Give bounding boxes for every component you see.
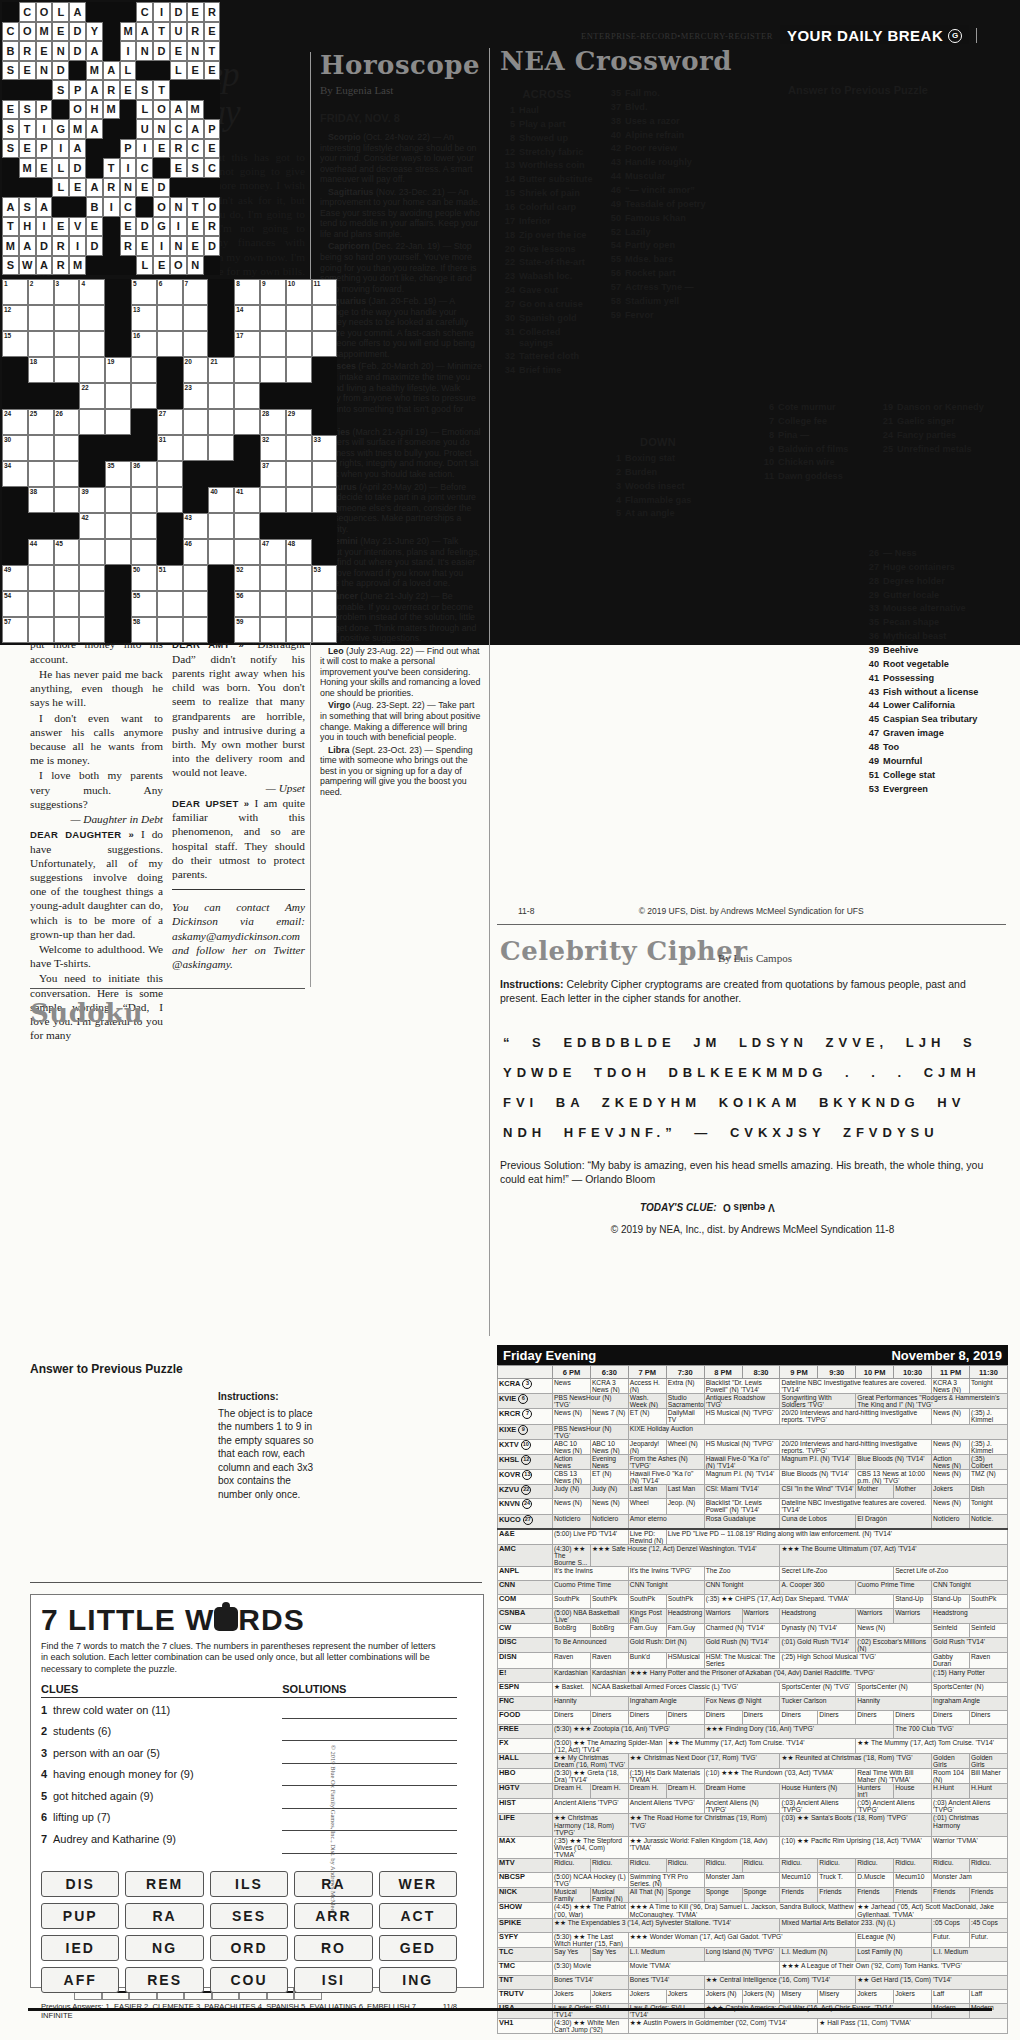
crossword-cell bbox=[54, 357, 80, 383]
answer-letter: U bbox=[141, 123, 149, 135]
tv-channel-call: KVIE bbox=[499, 1394, 516, 1403]
tv-program-cell: Amor eterno bbox=[628, 1514, 704, 1529]
horoscope-byline: By Eugenia Last bbox=[320, 84, 393, 96]
tv-channel-cell: FNC bbox=[498, 1696, 553, 1710]
crossword-cell: 8 bbox=[234, 279, 260, 305]
tv-program-cell: News (N) bbox=[932, 1439, 970, 1454]
crossword-cell bbox=[208, 279, 234, 305]
clue-text: Caspian Sea tributary bbox=[883, 714, 1004, 725]
tv-program-cell: Ridicu. bbox=[856, 1859, 894, 1873]
crossword-answer-cell: O bbox=[204, 197, 221, 217]
clue-number: 23 bbox=[498, 271, 515, 282]
tv-channel-cell: HGTV bbox=[498, 1784, 553, 1799]
crossword-answer-cell: E bbox=[36, 158, 53, 178]
crossword-answer-cell bbox=[36, 80, 53, 100]
crossword-cell bbox=[312, 305, 338, 331]
tv-program-cell: Friends bbox=[856, 1888, 894, 1903]
answer-letter: C bbox=[23, 6, 31, 18]
crossword-cell bbox=[312, 539, 338, 565]
crossword-answer-cell: A bbox=[86, 80, 103, 100]
clue-text: Unrefined metals bbox=[897, 444, 1004, 455]
crossword-answer-cell bbox=[120, 119, 137, 139]
crossword-clue: 55Mdse. bars bbox=[604, 254, 712, 265]
crossword-cell: 36 bbox=[131, 461, 157, 487]
crossword-cell bbox=[28, 435, 54, 461]
tv-program-cell: ★★ Christmas Harmony ('18, Rom) 'TVPG' bbox=[553, 1814, 629, 1836]
clue-text: Poor review bbox=[625, 143, 712, 154]
cell-number: 58 bbox=[133, 618, 140, 625]
answer-letter: O bbox=[208, 201, 217, 213]
clue-number: 28 bbox=[862, 576, 879, 587]
answer-letter: A bbox=[174, 103, 182, 115]
answer-letter: M bbox=[191, 103, 200, 115]
slw-copyright-vertical: © 2019 Blue Ox Family Games, Inc., Dist.… bbox=[330, 1745, 337, 1913]
crossword-answer-cell: O bbox=[170, 256, 187, 276]
tv-channel-row: SHOW(4:45) ★★★ The Patriot ('00, War)★★★… bbox=[498, 1903, 1008, 1918]
crossword-cell bbox=[131, 409, 157, 435]
tv-channel-call: TLC bbox=[499, 1947, 513, 1956]
crossword-answer-cell bbox=[2, 158, 19, 178]
tv-program-cell: Evening News bbox=[590, 1454, 628, 1469]
clue-number: 8 bbox=[757, 430, 774, 441]
clue-number: 19 bbox=[876, 402, 893, 413]
slw-letter-tile: RO bbox=[294, 1935, 372, 1961]
tv-program-cell: ★★ The Mummy ('17, Act) Tom Cruise. 'TV1… bbox=[666, 1738, 856, 1753]
tv-program-cell: Cuomo Prime Time bbox=[553, 1580, 629, 1594]
slw-letter-tile: ILS bbox=[210, 1871, 288, 1897]
cell-number: 30 bbox=[4, 436, 11, 443]
tv-channel-number: 12 bbox=[521, 1455, 531, 1465]
answer-letter: C bbox=[208, 162, 216, 174]
crossword-answer-cell bbox=[86, 256, 103, 276]
crossword-answer-cell: C bbox=[170, 119, 187, 139]
cell-number: 56 bbox=[236, 592, 243, 599]
tv-channel-call: E! bbox=[499, 1668, 506, 1677]
answer-letter: N bbox=[191, 45, 199, 57]
slw-solution-blank bbox=[282, 1794, 457, 1809]
crossword-answer-cell: M bbox=[19, 158, 36, 178]
clue-number: 52 bbox=[604, 227, 621, 238]
crossword-cell: 22 bbox=[79, 383, 105, 409]
tv-program-cell: SportsCenter (N) 'TVG' bbox=[780, 1682, 856, 1696]
tv-channel-number: 7 bbox=[522, 1409, 532, 1419]
clue-text: Degree holder bbox=[883, 576, 1004, 587]
cell-number: 48 bbox=[288, 540, 295, 547]
tv-program-cell: Hawaii Five-0 "Ka i'o" (N) 'TV14' bbox=[704, 1454, 780, 1469]
crossword-clue: 28Degree holder bbox=[862, 576, 1004, 587]
sudoku-instructions-text: The object is to place the numbers 1 to … bbox=[218, 1408, 314, 1500]
crossword-clue: 8Showed up bbox=[498, 133, 596, 144]
crossword-answer-cell: O bbox=[153, 197, 170, 217]
clue-text: Beehive bbox=[883, 645, 1004, 656]
crossword-cell: 32 bbox=[260, 435, 286, 461]
tv-program-cell: Jokers bbox=[894, 1989, 932, 2003]
crossword-answer-cell: N bbox=[187, 256, 204, 276]
crossword-copyright: © 2019 UFS, Dist. by Andrews McMeel Synd… bbox=[534, 906, 968, 916]
tv-channel-row: MTVRidicu.Ridicu.Ridicu.Ridicu.Ridicu.Ri… bbox=[498, 1859, 1008, 1873]
crossword-clue: 11Dawn goddess bbox=[757, 471, 863, 482]
crossword-clue: 56Rocket part bbox=[604, 268, 712, 279]
tv-program-cell: Action News bbox=[553, 1454, 591, 1469]
slw-clue: 4having enough money for (9) bbox=[41, 1768, 282, 1780]
tv-program-cell: Diners bbox=[590, 1710, 628, 1724]
slw-clue-number: 4 bbox=[41, 1768, 53, 1780]
crossword-cell: 27 bbox=[157, 409, 183, 435]
crossword-answer-cell: O bbox=[153, 100, 170, 120]
tv-program-cell: CSI: Miami 'TV14' bbox=[704, 1485, 780, 1499]
cell-number: 11 bbox=[314, 280, 321, 287]
crossword-answer-cell bbox=[204, 100, 221, 120]
tv-channel-cell: KUCO 27 bbox=[498, 1514, 553, 1529]
crossword-answer-cell: R bbox=[19, 41, 36, 61]
crossword-answer-cell: A bbox=[170, 100, 187, 120]
answer-letter: E bbox=[57, 220, 64, 232]
slw-clue-number: 5 bbox=[41, 1790, 53, 1802]
crossword-answer-cell: E bbox=[153, 139, 170, 159]
horoscope-entry: Pisces (Feb. 20-March 20) — Minimize you… bbox=[320, 361, 482, 424]
tv-channel-row: CSNBA(5:00) NBA Basketball 'Live'Kings P… bbox=[498, 1608, 1008, 1623]
crossword-clue: 36Mythical beast bbox=[862, 631, 1004, 642]
tv-program-cell: ★ Hall Pass ('11, Com) 'TVMA' bbox=[818, 2018, 1008, 2033]
crossword-cell bbox=[208, 331, 234, 357]
clue-number: 5 bbox=[498, 119, 515, 130]
slw-solution-blank bbox=[282, 1839, 457, 1854]
tv-time-header: 9 PM bbox=[780, 1366, 818, 1379]
answer-letter: T bbox=[24, 123, 31, 135]
crossword-cell: 5 bbox=[131, 279, 157, 305]
tv-program-cell: (:35) ★★ CHiPS ('17, Act) Dax Shepard. '… bbox=[704, 1594, 894, 1608]
crossword-cell bbox=[79, 305, 105, 331]
crossword-answer-cell bbox=[52, 100, 69, 120]
clue-number: 12 bbox=[498, 147, 515, 158]
clue-number: 43 bbox=[604, 157, 621, 168]
answer-letter: T bbox=[7, 220, 14, 232]
crossword-answer-cell: E bbox=[136, 178, 153, 198]
crossword-down-clues-1: DOWN1Boxing stat2Burden3Woods insect4Fla… bbox=[604, 436, 712, 522]
crossword-cell: 17 bbox=[234, 331, 260, 357]
cell-number: 16 bbox=[133, 332, 140, 339]
answer-letter: S bbox=[24, 103, 31, 115]
tv-program-cell: (4:45) ★★★ The Patriot ('00, War) bbox=[553, 1903, 629, 1918]
crossword-answer-cell bbox=[19, 178, 36, 198]
crossword-cell bbox=[260, 357, 286, 383]
crossword-cell bbox=[260, 331, 286, 357]
crossword-cell bbox=[131, 513, 157, 539]
brand-text: YOUR DAILY BREAK bbox=[787, 27, 943, 44]
slw-solution-blank bbox=[282, 1816, 457, 1831]
clue-text: Blvd. bbox=[625, 102, 712, 113]
tv-program-cell: Jokers (N) bbox=[742, 1989, 780, 2003]
crossword-cell bbox=[208, 591, 234, 617]
crossword-cell bbox=[105, 409, 131, 435]
clue-number: 5 bbox=[604, 508, 621, 519]
clue-text: Fall mo. bbox=[625, 88, 712, 99]
tv-channel-cell: FOOD bbox=[498, 1710, 553, 1724]
answer-letter: P bbox=[74, 84, 81, 96]
tv-program-cell: House bbox=[894, 1784, 932, 1799]
crossword-cell bbox=[28, 461, 54, 487]
crossword-answer-cell: L bbox=[136, 256, 153, 276]
crossword-answer-cell bbox=[2, 178, 19, 198]
tv-program-cell: KCRA 3 News (N) bbox=[590, 1379, 628, 1394]
tv-channel-call: KNVN bbox=[499, 1499, 520, 1508]
clue-number: 25 bbox=[876, 444, 893, 455]
clue-number: 27 bbox=[498, 299, 515, 310]
crossword-cell: 29 bbox=[286, 409, 312, 435]
cell-number: 24 bbox=[4, 410, 11, 417]
crossword-answer-cell bbox=[170, 80, 187, 100]
crossword-clue: 4Flammable gas bbox=[604, 495, 712, 506]
crossword-cell: 2 bbox=[28, 279, 54, 305]
tv-program-cell: (5:30) Movie bbox=[553, 1961, 629, 1975]
tv-channel-call: KHSL bbox=[499, 1455, 519, 1464]
crossword-cell bbox=[208, 617, 234, 643]
cell-number: 59 bbox=[236, 618, 243, 625]
slw-previous-answers: Previous Answers: 1. EASIER 2. CLEMENTE … bbox=[41, 2002, 457, 2020]
tv-program-cell: Ridicu. bbox=[818, 1859, 856, 1873]
tv-program-cell: It's the Irwins bbox=[553, 1566, 629, 1580]
tv-channel-call: SHOW bbox=[499, 1903, 522, 1912]
cipher-instructions-text: Celebrity Cipher cryptograms are created… bbox=[500, 978, 966, 1004]
crossword-cell bbox=[312, 513, 338, 539]
answer-letter: T bbox=[158, 25, 165, 37]
section-rule bbox=[30, 1582, 482, 1583]
tv-time-header: 8:30 bbox=[742, 1366, 780, 1379]
slw-letter-tiles: DISREMILSRAWERPUPRASESARRACTIEDNGORDROGE… bbox=[41, 1871, 457, 1993]
slw-solution-blank bbox=[282, 1704, 457, 1719]
tv-date: November 8, 2019 bbox=[891, 1348, 1002, 1363]
crossword-cell bbox=[54, 513, 80, 539]
answer-letter: A bbox=[74, 142, 82, 154]
clue-text: Baldwin of films bbox=[778, 444, 863, 455]
tv-channel-call: DISC bbox=[499, 1638, 517, 1647]
clue-number: 2 bbox=[604, 467, 621, 478]
crossword-answer-cell: E bbox=[120, 80, 137, 100]
tv-program-cell: ELeague (N) bbox=[856, 1932, 932, 1947]
tv-channel-cell: COM bbox=[498, 1594, 553, 1608]
crossword-answer-cell: S bbox=[2, 119, 19, 139]
tv-program-cell: Hannity bbox=[856, 1696, 932, 1710]
answer-letter: E bbox=[175, 45, 182, 57]
tv-program-cell: Mecum10 bbox=[894, 1873, 932, 1888]
tv-program-cell: Bones 'TV14' bbox=[553, 1975, 629, 1989]
cell-number: 41 bbox=[236, 488, 243, 495]
clue-text: Partly open bbox=[625, 240, 712, 251]
cell-number: 14 bbox=[236, 306, 243, 313]
clue-text: Actress Tyne — bbox=[625, 282, 712, 293]
answer-letter: N bbox=[57, 45, 65, 57]
slw-clue-number: 6 bbox=[41, 1811, 53, 1823]
answer-letter: S bbox=[191, 162, 198, 174]
tv-program-cell: Blacklist "Dr. Lewis Powell" (N) 'TV14' bbox=[704, 1499, 780, 1514]
cell-number: 53 bbox=[314, 566, 321, 573]
cell-number: 49 bbox=[4, 566, 11, 573]
tv-program-cell: SouthPk bbox=[666, 1594, 704, 1608]
tv-program-cell: (4:30) ★★ The Bourne S... bbox=[553, 1544, 591, 1566]
crossword-answer-cell bbox=[69, 197, 86, 217]
tv-channel-cell: FX bbox=[498, 1738, 553, 1753]
tv-channel-cell: HIST bbox=[498, 1799, 553, 1814]
crossword-answer-cell: I bbox=[170, 217, 187, 237]
tv-program-cell: ★★ The Road Home for Christmas ('19, Rom… bbox=[628, 1814, 780, 1836]
crossword-answer-cell: B bbox=[86, 197, 103, 217]
answer-letter: E bbox=[158, 259, 165, 271]
newspaper-page: FRIDAY, NOVEMBER 8, 2019 ENTERPRISE-RECO… bbox=[0, 0, 1020, 2040]
crossword-clue: 26— Ness bbox=[862, 548, 1004, 559]
crossword-cell bbox=[79, 617, 105, 643]
tv-program-cell: Raven bbox=[590, 1653, 628, 1668]
crossword-cell bbox=[234, 435, 260, 461]
answer-letter: B bbox=[6, 45, 14, 57]
clue-number: 24 bbox=[876, 430, 893, 441]
answer-letter: A bbox=[90, 84, 98, 96]
crossword-answer-cell: M bbox=[120, 22, 137, 42]
crossword-cell bbox=[105, 435, 131, 461]
clue-text: Teasdale of poetry bbox=[625, 199, 712, 210]
tv-program-cell: Warriors bbox=[856, 1608, 894, 1623]
tv-channel-row: KZVU 22Judy (N)Judy (N)Last ManLast ManC… bbox=[498, 1485, 1008, 1499]
seven-little-words-title: 7 LITTLE WRDS bbox=[41, 1603, 457, 1637]
crossword-answer-cell: R bbox=[103, 178, 120, 198]
tv-program-cell: CSI "In the Wind" 'TV14' bbox=[780, 1485, 856, 1499]
crossword-cell: 39 bbox=[79, 487, 105, 513]
crossword-cell bbox=[208, 565, 234, 591]
tv-program-cell: CBS 13 News at 10:00 p.m. (N) 'TVG' bbox=[856, 1470, 932, 1485]
crossword-answer-cell bbox=[136, 197, 153, 217]
tv-program-cell: Laff bbox=[932, 1989, 970, 2003]
crossword-answer-cell: I bbox=[120, 41, 137, 61]
tv-program-cell: KIXE Holiday Auction bbox=[628, 1424, 1007, 1439]
crossword-cell bbox=[28, 591, 54, 617]
crossword-answer-cell: A bbox=[136, 22, 153, 42]
crossword-answer-cell: A bbox=[86, 41, 103, 61]
answer-letter: D bbox=[40, 240, 48, 252]
crossword-answer-cell: I bbox=[52, 139, 69, 159]
answer-letter: C bbox=[174, 123, 182, 135]
tv-program-cell: SouthPk bbox=[969, 1594, 1007, 1608]
tv-program-cell: Wheel bbox=[628, 1499, 666, 1514]
tv-program-cell: Access H. (N) bbox=[628, 1379, 666, 1394]
clue-number: 36 bbox=[862, 631, 879, 642]
answer-letter: O bbox=[157, 103, 166, 115]
tv-program-cell: Last Man bbox=[666, 1485, 704, 1499]
crossword-clue: 29Gutter locale bbox=[862, 590, 1004, 601]
clue-number: 40 bbox=[604, 130, 621, 141]
crossword-answer-cell: E bbox=[2, 100, 19, 120]
tv-program-cell: All That (N) bbox=[628, 1888, 666, 1903]
tv-program-cell: ★★★ Harry Potter and the Prisoner of Azk… bbox=[628, 1668, 931, 1682]
crossword-answer-cell: C bbox=[136, 158, 153, 178]
cipher-todays-clue: TODAY'S CLUE: V equals O bbox=[640, 1202, 775, 1213]
tv-channel-row: FOODDinersDinersDinersDinersDinersDiners… bbox=[498, 1710, 1008, 1724]
horoscope-body: Scorpio (Oct. 24-Nov. 22) — An interesti… bbox=[320, 132, 482, 799]
crossword-cell bbox=[260, 383, 286, 409]
crossword-cell: 20 bbox=[183, 357, 209, 383]
tv-program-cell: Musical Family (N) bbox=[590, 1888, 628, 1903]
crossword-answer-cell bbox=[103, 236, 120, 256]
cell-number: 19 bbox=[107, 358, 114, 365]
tv-program-cell: (:03) Ancient Aliens 'TVPG' bbox=[932, 1799, 1008, 1814]
answer-letter: M bbox=[6, 240, 15, 252]
crossword-cell bbox=[105, 513, 131, 539]
tv-program-cell: Last Man bbox=[628, 1485, 666, 1499]
tv-channel-call: COM bbox=[499, 1594, 516, 1603]
clue-number: 58 bbox=[604, 296, 621, 307]
crossword-answer-cell bbox=[2, 80, 19, 100]
crossword-clue: 6Cote murmur bbox=[757, 402, 863, 413]
tv-channel-call: MTV bbox=[499, 1859, 515, 1868]
clue-text: “— vincit amor” bbox=[625, 185, 712, 196]
tv-program-cell: It's the Irwins 'TVPG' bbox=[628, 1566, 704, 1580]
answer-letter: M bbox=[73, 259, 82, 271]
clue-number: 48 bbox=[862, 742, 879, 753]
crossword-answer-cell: O bbox=[69, 100, 86, 120]
clue-text: Mdse. bars bbox=[625, 254, 712, 265]
crossword-answer-cell: C bbox=[204, 158, 221, 178]
crossword-cell bbox=[54, 591, 80, 617]
crossword-clue: 3Woods insect bbox=[604, 481, 712, 492]
crossword-cell bbox=[2, 383, 28, 409]
clue-number: 1 bbox=[498, 105, 515, 116]
tv-program-cell: Noticie. bbox=[969, 1514, 1007, 1529]
crossword-answer-cell bbox=[103, 139, 120, 159]
crossword-clue: 14Butter substitute bbox=[498, 174, 596, 185]
answer-letter: L bbox=[125, 64, 132, 76]
tv-program-cell: Tonight bbox=[969, 1499, 1007, 1514]
crossword-answer-cell bbox=[204, 178, 221, 198]
crossword-cell bbox=[131, 383, 157, 409]
crossword-cell: 34 bbox=[2, 461, 28, 487]
crossword-cell bbox=[131, 357, 157, 383]
horoscope-sign: Libra bbox=[328, 745, 350, 755]
tv-time-header: 8 PM bbox=[704, 1366, 742, 1379]
clue-text: Haul bbox=[519, 105, 596, 116]
crossword-clue: 43Handle roughly bbox=[604, 157, 712, 168]
tv-channel-cell: CW bbox=[498, 1624, 553, 1638]
tv-program-cell: HSM: The Musical: The Series bbox=[704, 1653, 780, 1668]
clue-number: 40 bbox=[862, 659, 879, 670]
slw-clue-text: having enough money for (9) bbox=[53, 1768, 194, 1780]
clue-number: 44 bbox=[862, 700, 879, 711]
clue-list-header: DOWN bbox=[604, 436, 712, 449]
answer-letter: V bbox=[74, 220, 81, 232]
tv-program-cell: Kardashian bbox=[590, 1668, 628, 1682]
clue-text: Pecan shape bbox=[883, 617, 1004, 628]
answer-letter: E bbox=[208, 142, 215, 154]
tv-channel-row: AMC(4:30) ★★ The Bourne S...★★★ Safe Hou… bbox=[498, 1544, 1008, 1566]
crossword-cell bbox=[286, 513, 312, 539]
tv-program-cell: Diners bbox=[742, 1710, 780, 1724]
clue-text: Colorful carp bbox=[519, 202, 596, 213]
tv-channel-call: AMC bbox=[499, 1544, 516, 1553]
tv-program-cell: CBS 13 News (N) bbox=[553, 1470, 591, 1485]
tv-program-cell: Ingraham Angle bbox=[932, 1696, 1008, 1710]
horoscope-sign: Sagittarius bbox=[328, 187, 373, 197]
crossword-cell: 7 bbox=[183, 279, 209, 305]
tv-program-cell: Ridicu. bbox=[628, 1859, 666, 1873]
tv-program-cell: (:25) High School Musical 'TVG' bbox=[780, 1653, 932, 1668]
tv-channel-row: FNCHannityIngraham AngleFox News @ Night… bbox=[498, 1696, 1008, 1710]
tv-program-cell: Tucker Carlson bbox=[780, 1696, 856, 1710]
tv-program-cell: Noticiero bbox=[590, 1514, 628, 1529]
tv-program-cell: (:01) Christmas Harmony bbox=[932, 1814, 1008, 1836]
tv-program-cell: ★★ The Mummy ('17, Act) Tom Cruise. 'TV1… bbox=[856, 1738, 1008, 1753]
tv-channel-call: KXTV bbox=[499, 1440, 519, 1449]
tv-channel-cell: NBCSP bbox=[498, 1873, 553, 1888]
tv-program-cell: Jokers bbox=[856, 1989, 894, 2003]
tv-program-cell: (:03) Ancient Aliens 'TVPG' bbox=[780, 1799, 856, 1814]
crossword-cell: 52 bbox=[234, 565, 260, 591]
